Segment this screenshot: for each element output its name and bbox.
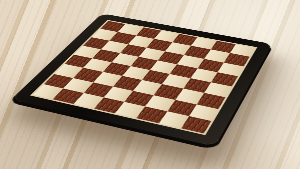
scene xyxy=(0,0,300,169)
